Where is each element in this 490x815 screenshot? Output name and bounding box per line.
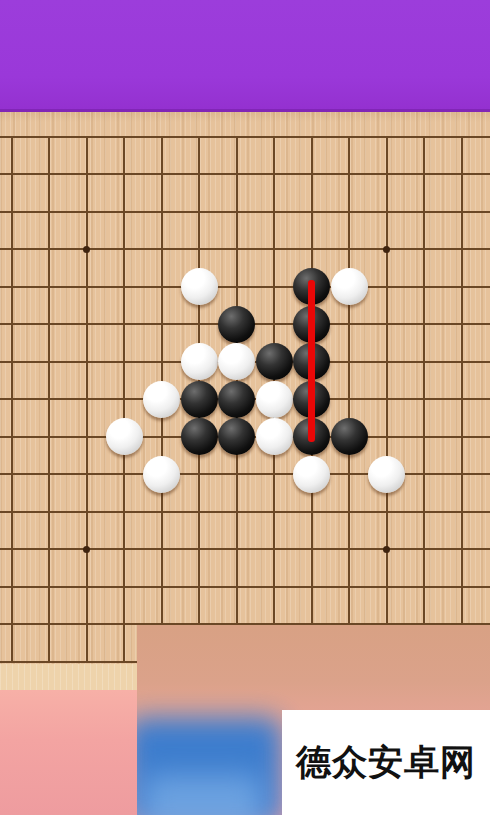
stone-white bbox=[143, 381, 180, 418]
star-point bbox=[83, 546, 90, 553]
game-board[interactable] bbox=[0, 112, 490, 690]
stone-black bbox=[256, 343, 293, 380]
grid-hline bbox=[0, 511, 490, 513]
stone-white bbox=[256, 418, 293, 455]
star-point bbox=[83, 246, 90, 253]
grid-vline bbox=[461, 136, 463, 663]
stone-white bbox=[331, 268, 368, 305]
grid-vline bbox=[11, 136, 13, 663]
stone-white bbox=[181, 268, 218, 305]
star-point bbox=[383, 246, 390, 253]
stone-black bbox=[218, 381, 255, 418]
blur-overlay: 德众安卓网 bbox=[137, 625, 490, 815]
grid-hline bbox=[0, 586, 490, 588]
star-point bbox=[383, 546, 390, 553]
stone-white bbox=[293, 456, 330, 493]
stone-black bbox=[181, 418, 218, 455]
grid-vline bbox=[86, 136, 88, 663]
watermark-box: 德众安卓网 bbox=[282, 710, 490, 815]
grid-vline bbox=[348, 136, 350, 663]
top-banner bbox=[0, 0, 490, 112]
stone-black bbox=[181, 381, 218, 418]
grid-vline bbox=[423, 136, 425, 663]
watermark-text: 德众安卓网 bbox=[296, 739, 476, 786]
win-line-marker bbox=[308, 280, 315, 442]
grid-vline bbox=[386, 136, 388, 663]
grid-hline bbox=[0, 173, 490, 175]
grid-hline bbox=[0, 136, 490, 138]
grid-vline bbox=[48, 136, 50, 663]
grid-hline bbox=[0, 248, 490, 250]
stone-black bbox=[218, 418, 255, 455]
stone-white bbox=[256, 381, 293, 418]
stone-black bbox=[218, 306, 255, 343]
stone-white bbox=[181, 343, 218, 380]
grid-hline bbox=[0, 211, 490, 213]
blurred-artifact bbox=[143, 775, 263, 815]
grid-vline bbox=[123, 136, 125, 663]
stone-white bbox=[368, 456, 405, 493]
grid-hline bbox=[0, 473, 490, 475]
stone-white bbox=[218, 343, 255, 380]
stone-white bbox=[143, 456, 180, 493]
stone-black bbox=[331, 418, 368, 455]
stone-white bbox=[106, 418, 143, 455]
grid-hline bbox=[0, 286, 490, 288]
grid-hline bbox=[0, 548, 490, 550]
app-screen: 菜单 德众安卓网 bbox=[0, 0, 490, 815]
